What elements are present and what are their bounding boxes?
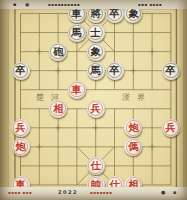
footer-year: 2022 — [58, 190, 78, 194]
piece-character: 仕 — [91, 158, 101, 175]
piece-black-馬-f5r4[interactable]: 馬 — [87, 62, 105, 80]
piece-red-兵-f9r7[interactable]: 兵 — [162, 119, 180, 137]
xiangqi-photo: 楚河 漢界 車將卒象馬士砲象卒馬卒卒車相兵兵炮兵炮傌仕車帥仕相 ▪ ◉ ▪▪▪▪… — [0, 0, 187, 200]
footer-caption-right: ▪▪▪▪▪▪▪ — [90, 191, 112, 195]
piece-character: 砲 — [53, 43, 63, 60]
piece-black-馬-f4r2[interactable]: 馬 — [68, 24, 86, 42]
piece-black-卒-f6r4[interactable]: 卒 — [106, 62, 124, 80]
piece-character: 兵 — [91, 100, 101, 117]
piece-character: 相 — [53, 100, 63, 117]
piece-character: 馬 — [72, 24, 82, 41]
header-caption-text: ▪▪▪▪▪▪▪▪▪▪ — [48, 3, 80, 7]
footer-caption-left: ▪▪▪▪ ▪▪▪ — [8, 191, 32, 195]
header-caption-text-right: ▪▪▪ ▪▪▪▪ — [138, 3, 162, 7]
header-logo-circle: ◉ — [25, 2, 29, 7]
piece-red-仕-f5r9[interactable]: 仕 — [87, 157, 105, 175]
piece-character: 卒 — [166, 62, 176, 79]
piece-character: 炮 — [128, 120, 138, 137]
piece-red-兵-f5r6[interactable]: 兵 — [87, 100, 105, 118]
xiangqi-board: 楚河 漢界 車將卒象馬士砲象卒馬卒卒車相兵兵炮兵炮傌仕車帥仕相 — [0, 0, 187, 200]
piece-black-砲-f3r3[interactable]: 砲 — [49, 43, 67, 61]
piece-red-炮-f1r8[interactable]: 炮 — [12, 138, 30, 156]
footer-square-icon: ▪ — [173, 190, 177, 194]
piece-red-兵-f1r7[interactable]: 兵 — [12, 119, 30, 137]
piece-character: 兵 — [15, 120, 25, 137]
piece-character: 士 — [91, 24, 101, 41]
photo-footer-strip: ▪▪▪▪ ▪▪▪ 2022 ▪▪▪▪▪▪▪ ● ▪ — [0, 187, 187, 200]
piece-character: 兵 — [166, 120, 176, 137]
footer-circle-icon: ● — [161, 190, 166, 194]
piece-character: 炮 — [15, 139, 25, 156]
header-logo-square: ▪ — [13, 2, 16, 7]
piece-black-士-f5r2[interactable]: 士 — [87, 24, 105, 42]
piece-character: 馬 — [91, 62, 101, 79]
piece-black-卒-f9r4[interactable]: 卒 — [162, 62, 180, 80]
photo-header-strip: ▪ ◉ ▪▪▪▪▪▪▪▪▪▪ ▪▪▪ ▪▪▪▪ — [0, 0, 187, 9]
river-label-right: 漢界 — [122, 93, 152, 103]
piece-red-車-f4r5[interactable]: 車 — [68, 81, 86, 99]
piece-character: 傌 — [128, 139, 138, 156]
piece-character: 象 — [91, 43, 101, 60]
piece-black-象-f5r3[interactable]: 象 — [87, 43, 105, 61]
piece-character: 車 — [72, 81, 82, 98]
piece-character: 卒 — [15, 62, 25, 79]
piece-character: 卒 — [109, 62, 119, 79]
piece-red-相-f3r6[interactable]: 相 — [49, 100, 67, 118]
piece-red-炮-f7r7[interactable]: 炮 — [124, 119, 142, 137]
piece-black-卒-f1r4[interactable]: 卒 — [12, 62, 30, 80]
